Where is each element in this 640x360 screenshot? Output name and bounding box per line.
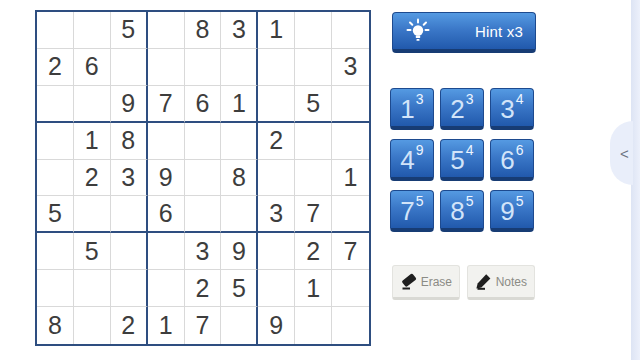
cell-r3c7[interactable]: [258, 86, 295, 123]
cell-r3c9[interactable]: [332, 86, 369, 123]
numpad-button-3[interactable]: 34: [490, 88, 534, 130]
cell-r8c7[interactable]: [258, 270, 295, 307]
cell-r8c1[interactable]: [37, 270, 74, 307]
numpad-digit: 7: [400, 198, 414, 224]
cell-r2c1[interactable]: 2: [37, 49, 74, 86]
chevron-left-icon: <: [620, 145, 629, 162]
cell-r5c9[interactable]: 1: [332, 160, 369, 197]
numpad-remaining-count: 9: [416, 143, 424, 157]
cell-r9c5[interactable]: 7: [185, 307, 222, 344]
numpad-digit: 3: [500, 96, 514, 122]
cell-r6c3[interactable]: [111, 196, 148, 233]
cell-r4c5[interactable]: [185, 123, 222, 160]
eraser-icon: [399, 272, 419, 292]
cell-r3c4[interactable]: 7: [148, 86, 185, 123]
cell-r2c7[interactable]: [258, 49, 295, 86]
numpad-remaining-count: 4: [466, 143, 474, 157]
cell-r1c1[interactable]: [37, 12, 74, 49]
cell-r8c8[interactable]: 1: [295, 270, 332, 307]
cell-r2c2[interactable]: 6: [74, 49, 111, 86]
cell-r1c6[interactable]: 3: [221, 12, 258, 49]
flyout-handle[interactable]: <: [610, 121, 633, 185]
cell-r8c9[interactable]: [332, 270, 369, 307]
cell-r6c7[interactable]: 3: [258, 196, 295, 233]
cell-r1c4[interactable]: [148, 12, 185, 49]
cell-r2c6[interactable]: [221, 49, 258, 86]
cell-r9c1[interactable]: 8: [37, 307, 74, 344]
cell-r3c6[interactable]: 1: [221, 86, 258, 123]
numpad-button-4[interactable]: 49: [390, 139, 434, 181]
cell-r5c3[interactable]: 3: [111, 160, 148, 197]
numpad-remaining-count: 3: [416, 92, 424, 106]
erase-button[interactable]: Erase: [392, 265, 460, 300]
cell-r7c5[interactable]: 3: [185, 233, 222, 270]
cell-r5c1[interactable]: [37, 160, 74, 197]
cell-r6c4[interactable]: 6: [148, 196, 185, 233]
cell-r3c5[interactable]: 6: [185, 86, 222, 123]
numpad-remaining-count: 3: [466, 92, 474, 106]
numpad-button-2[interactable]: 23: [440, 88, 484, 130]
cell-r7c4[interactable]: [148, 233, 185, 270]
numpad-digit: 1: [400, 96, 414, 122]
cell-r5c4[interactable]: 9: [148, 160, 185, 197]
cell-r2c8[interactable]: [295, 49, 332, 86]
cell-r1c9[interactable]: [332, 12, 369, 49]
numpad-digit: 8: [450, 198, 464, 224]
cell-r4c6[interactable]: [221, 123, 258, 160]
cell-r6c9[interactable]: [332, 196, 369, 233]
cell-r6c5[interactable]: [185, 196, 222, 233]
numpad-button-6[interactable]: 66: [490, 139, 534, 181]
cell-r7c9[interactable]: 7: [332, 233, 369, 270]
cell-r2c9[interactable]: 3: [332, 49, 369, 86]
cell-r6c6[interactable]: [221, 196, 258, 233]
cell-r2c3[interactable]: [111, 49, 148, 86]
erase-label: Erase: [421, 275, 452, 289]
cell-r7c7[interactable]: [258, 233, 295, 270]
cell-r7c2[interactable]: 5: [74, 233, 111, 270]
cell-r4c9[interactable]: [332, 123, 369, 160]
cell-r4c3[interactable]: 8: [111, 123, 148, 160]
numpad-remaining-count: 6: [516, 143, 524, 157]
cell-r4c8[interactable]: [295, 123, 332, 160]
numpad-remaining-count: 4: [516, 92, 524, 106]
sudoku-board: 5831263976151822398156375392725182179: [35, 10, 371, 346]
cell-r1c5[interactable]: 8: [185, 12, 222, 49]
cell-r9c6[interactable]: [221, 307, 258, 344]
lightbulb-icon: [405, 18, 431, 44]
cell-r7c6[interactable]: 9: [221, 233, 258, 270]
cell-r5c8[interactable]: [295, 160, 332, 197]
hint-button[interactable]: Hint x3: [392, 12, 536, 53]
cell-r7c3[interactable]: [111, 233, 148, 270]
numpad-digit: 5: [450, 147, 464, 173]
numpad-button-7[interactable]: 75: [390, 190, 434, 232]
cell-r9c9[interactable]: [332, 307, 369, 344]
cell-r5c2[interactable]: 2: [74, 160, 111, 197]
cell-r3c2[interactable]: [74, 86, 111, 123]
cell-r4c7[interactable]: 2: [258, 123, 295, 160]
cell-r8c2[interactable]: [74, 270, 111, 307]
cell-r7c8[interactable]: 2: [295, 233, 332, 270]
cell-r3c3[interactable]: 9: [111, 86, 148, 123]
cell-r8c4[interactable]: [148, 270, 185, 307]
hint-label: Hint x3: [431, 23, 535, 40]
cell-r9c7[interactable]: 9: [258, 307, 295, 344]
cell-r2c5[interactable]: [185, 49, 222, 86]
cell-r3c1[interactable]: [37, 86, 74, 123]
cell-r2c4[interactable]: [148, 49, 185, 86]
cell-r5c5[interactable]: [185, 160, 222, 197]
cell-r8c6[interactable]: 5: [221, 270, 258, 307]
cell-r8c3[interactable]: [111, 270, 148, 307]
cell-r4c1[interactable]: [37, 123, 74, 160]
cell-r9c4[interactable]: 1: [148, 307, 185, 344]
numpad-remaining-count: 5: [466, 194, 474, 208]
numpad-button-8[interactable]: 85: [440, 190, 484, 232]
cell-r6c2[interactable]: [74, 196, 111, 233]
numpad-remaining-count: 5: [416, 194, 424, 208]
numpad-digit: 9: [500, 198, 514, 224]
cell-r5c6[interactable]: 8: [221, 160, 258, 197]
notes-label: Notes: [496, 275, 527, 289]
cell-r1c2[interactable]: [74, 12, 111, 49]
cell-r1c8[interactable]: [295, 12, 332, 49]
cell-r1c3[interactable]: 5: [111, 12, 148, 49]
cell-r4c4[interactable]: [148, 123, 185, 160]
cell-r4c2[interactable]: 1: [74, 123, 111, 160]
cell-r8c5[interactable]: 2: [185, 270, 222, 307]
cell-r5c7[interactable]: [258, 160, 295, 197]
pencil-icon: [474, 272, 494, 292]
numpad-button-1[interactable]: 13: [390, 88, 434, 130]
cell-r1c7[interactable]: 1: [258, 12, 295, 49]
cell-r3c8[interactable]: 5: [295, 86, 332, 123]
cell-r6c8[interactable]: 7: [295, 196, 332, 233]
notes-button[interactable]: Notes: [467, 265, 535, 300]
cell-r9c8[interactable]: [295, 307, 332, 344]
numpad-digit: 6: [500, 147, 514, 173]
cell-r9c3[interactable]: 2: [111, 307, 148, 344]
numpad-remaining-count: 5: [516, 194, 524, 208]
numpad-button-9[interactable]: 95: [490, 190, 534, 232]
cell-r6c1[interactable]: 5: [37, 196, 74, 233]
sudoku-app: 5831263976151822398156375392725182179 Hi…: [0, 0, 640, 360]
cell-r7c1[interactable]: [37, 233, 74, 270]
numpad-digit: 4: [400, 147, 414, 173]
cell-r9c2[interactable]: [74, 307, 111, 344]
numpad-digit: 2: [450, 96, 464, 122]
numpad-button-5[interactable]: 54: [440, 139, 484, 181]
